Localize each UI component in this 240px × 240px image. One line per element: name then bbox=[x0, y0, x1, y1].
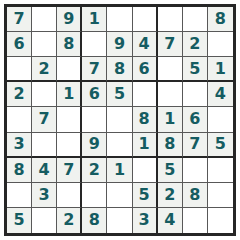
cell-r6c6[interactable]: 1 bbox=[133, 133, 158, 158]
cell-r8c2[interactable]: 3 bbox=[32, 183, 57, 208]
cell-r9c8[interactable] bbox=[183, 208, 208, 233]
cell-r6c5[interactable] bbox=[107, 133, 132, 158]
cell-r7c8[interactable] bbox=[183, 158, 208, 183]
cell-r4c4[interactable]: 6 bbox=[82, 82, 107, 107]
cell-r3c1[interactable] bbox=[7, 57, 32, 82]
cell-r8c6[interactable]: 5 bbox=[133, 183, 158, 208]
cell-r5c6[interactable]: 8 bbox=[133, 107, 158, 132]
cell-r5c3[interactable] bbox=[57, 107, 82, 132]
cell-r6c2[interactable] bbox=[32, 133, 57, 158]
cell-r3c9[interactable]: 1 bbox=[208, 57, 233, 82]
cell-r1c2[interactable] bbox=[32, 7, 57, 32]
cell-r2c7[interactable]: 7 bbox=[158, 32, 183, 57]
cell-r8c3[interactable] bbox=[57, 183, 82, 208]
cell-r6c4[interactable]: 9 bbox=[82, 133, 107, 158]
cell-r6c7[interactable]: 8 bbox=[158, 133, 183, 158]
cell-r7c4[interactable]: 2 bbox=[82, 158, 107, 183]
cell-r6c3[interactable] bbox=[57, 133, 82, 158]
cell-r1c1[interactable]: 7 bbox=[7, 7, 32, 32]
cell-r3c3[interactable] bbox=[57, 57, 82, 82]
cell-r1c9[interactable]: 8 bbox=[208, 7, 233, 32]
cell-r9c5[interactable] bbox=[107, 208, 132, 233]
cell-r2c3[interactable]: 8 bbox=[57, 32, 82, 57]
cell-r1c3[interactable]: 9 bbox=[57, 7, 82, 32]
cell-r2c2[interactable] bbox=[32, 32, 57, 57]
cell-r1c6[interactable] bbox=[133, 7, 158, 32]
cell-r3c7[interactable] bbox=[158, 57, 183, 82]
cell-r5c7[interactable]: 1 bbox=[158, 107, 183, 132]
cell-r1c8[interactable] bbox=[183, 7, 208, 32]
cell-r6c1[interactable]: 3 bbox=[7, 133, 32, 158]
cell-r3c4[interactable]: 7 bbox=[82, 57, 107, 82]
cell-r9c3[interactable]: 2 bbox=[57, 208, 82, 233]
cell-r7c5[interactable]: 1 bbox=[107, 158, 132, 183]
cell-r4c9[interactable]: 4 bbox=[208, 82, 233, 107]
cell-r9c4[interactable]: 8 bbox=[82, 208, 107, 233]
cell-r7c2[interactable]: 4 bbox=[32, 158, 57, 183]
cell-r9c2[interactable] bbox=[32, 208, 57, 233]
cell-r4c7[interactable] bbox=[158, 82, 183, 107]
cell-r3c8[interactable]: 5 bbox=[183, 57, 208, 82]
cell-r3c2[interactable]: 2 bbox=[32, 57, 57, 82]
cell-r7c3[interactable]: 7 bbox=[57, 158, 82, 183]
cell-r6c9[interactable]: 5 bbox=[208, 133, 233, 158]
cell-r2c8[interactable]: 2 bbox=[183, 32, 208, 57]
cell-r7c9[interactable] bbox=[208, 158, 233, 183]
cell-r5c8[interactable]: 6 bbox=[183, 107, 208, 132]
cell-r4c2[interactable] bbox=[32, 82, 57, 107]
cell-r6c8[interactable]: 7 bbox=[183, 133, 208, 158]
cell-r4c1[interactable]: 2 bbox=[7, 82, 32, 107]
cell-r1c7[interactable] bbox=[158, 7, 183, 32]
cell-r4c5[interactable]: 5 bbox=[107, 82, 132, 107]
cell-r8c5[interactable] bbox=[107, 183, 132, 208]
cell-r4c8[interactable] bbox=[183, 82, 208, 107]
cell-r8c4[interactable] bbox=[82, 183, 107, 208]
cell-r8c7[interactable]: 2 bbox=[158, 183, 183, 208]
cell-r9c1[interactable]: 5 bbox=[7, 208, 32, 233]
cell-r5c4[interactable] bbox=[82, 107, 107, 132]
cell-r9c7[interactable]: 4 bbox=[158, 208, 183, 233]
cell-r3c6[interactable]: 6 bbox=[133, 57, 158, 82]
cell-r8c1[interactable] bbox=[7, 183, 32, 208]
cell-r9c9[interactable] bbox=[208, 208, 233, 233]
page: 7918689472278651216547816391875847215352… bbox=[0, 0, 240, 240]
cell-r5c9[interactable] bbox=[208, 107, 233, 132]
cell-r4c3[interactable]: 1 bbox=[57, 82, 82, 107]
cell-r5c1[interactable] bbox=[7, 107, 32, 132]
cell-r8c8[interactable]: 8 bbox=[183, 183, 208, 208]
cell-r7c1[interactable]: 8 bbox=[7, 158, 32, 183]
cell-r4c6[interactable] bbox=[133, 82, 158, 107]
cell-r2c4[interactable] bbox=[82, 32, 107, 57]
cell-r2c9[interactable] bbox=[208, 32, 233, 57]
cell-r7c7[interactable]: 5 bbox=[158, 158, 183, 183]
cell-r5c2[interactable]: 7 bbox=[32, 107, 57, 132]
cell-r8c9[interactable] bbox=[208, 183, 233, 208]
cell-r1c5[interactable] bbox=[107, 7, 132, 32]
cell-r9c6[interactable]: 3 bbox=[133, 208, 158, 233]
cell-r2c6[interactable]: 4 bbox=[133, 32, 158, 57]
cell-r5c5[interactable] bbox=[107, 107, 132, 132]
cell-r3c5[interactable]: 8 bbox=[107, 57, 132, 82]
sudoku-board: 7918689472278651216547816391875847215352… bbox=[4, 4, 236, 236]
cell-r1c4[interactable]: 1 bbox=[82, 7, 107, 32]
cell-r2c5[interactable]: 9 bbox=[107, 32, 132, 57]
cell-r7c6[interactable] bbox=[133, 158, 158, 183]
cell-r2c1[interactable]: 6 bbox=[7, 32, 32, 57]
